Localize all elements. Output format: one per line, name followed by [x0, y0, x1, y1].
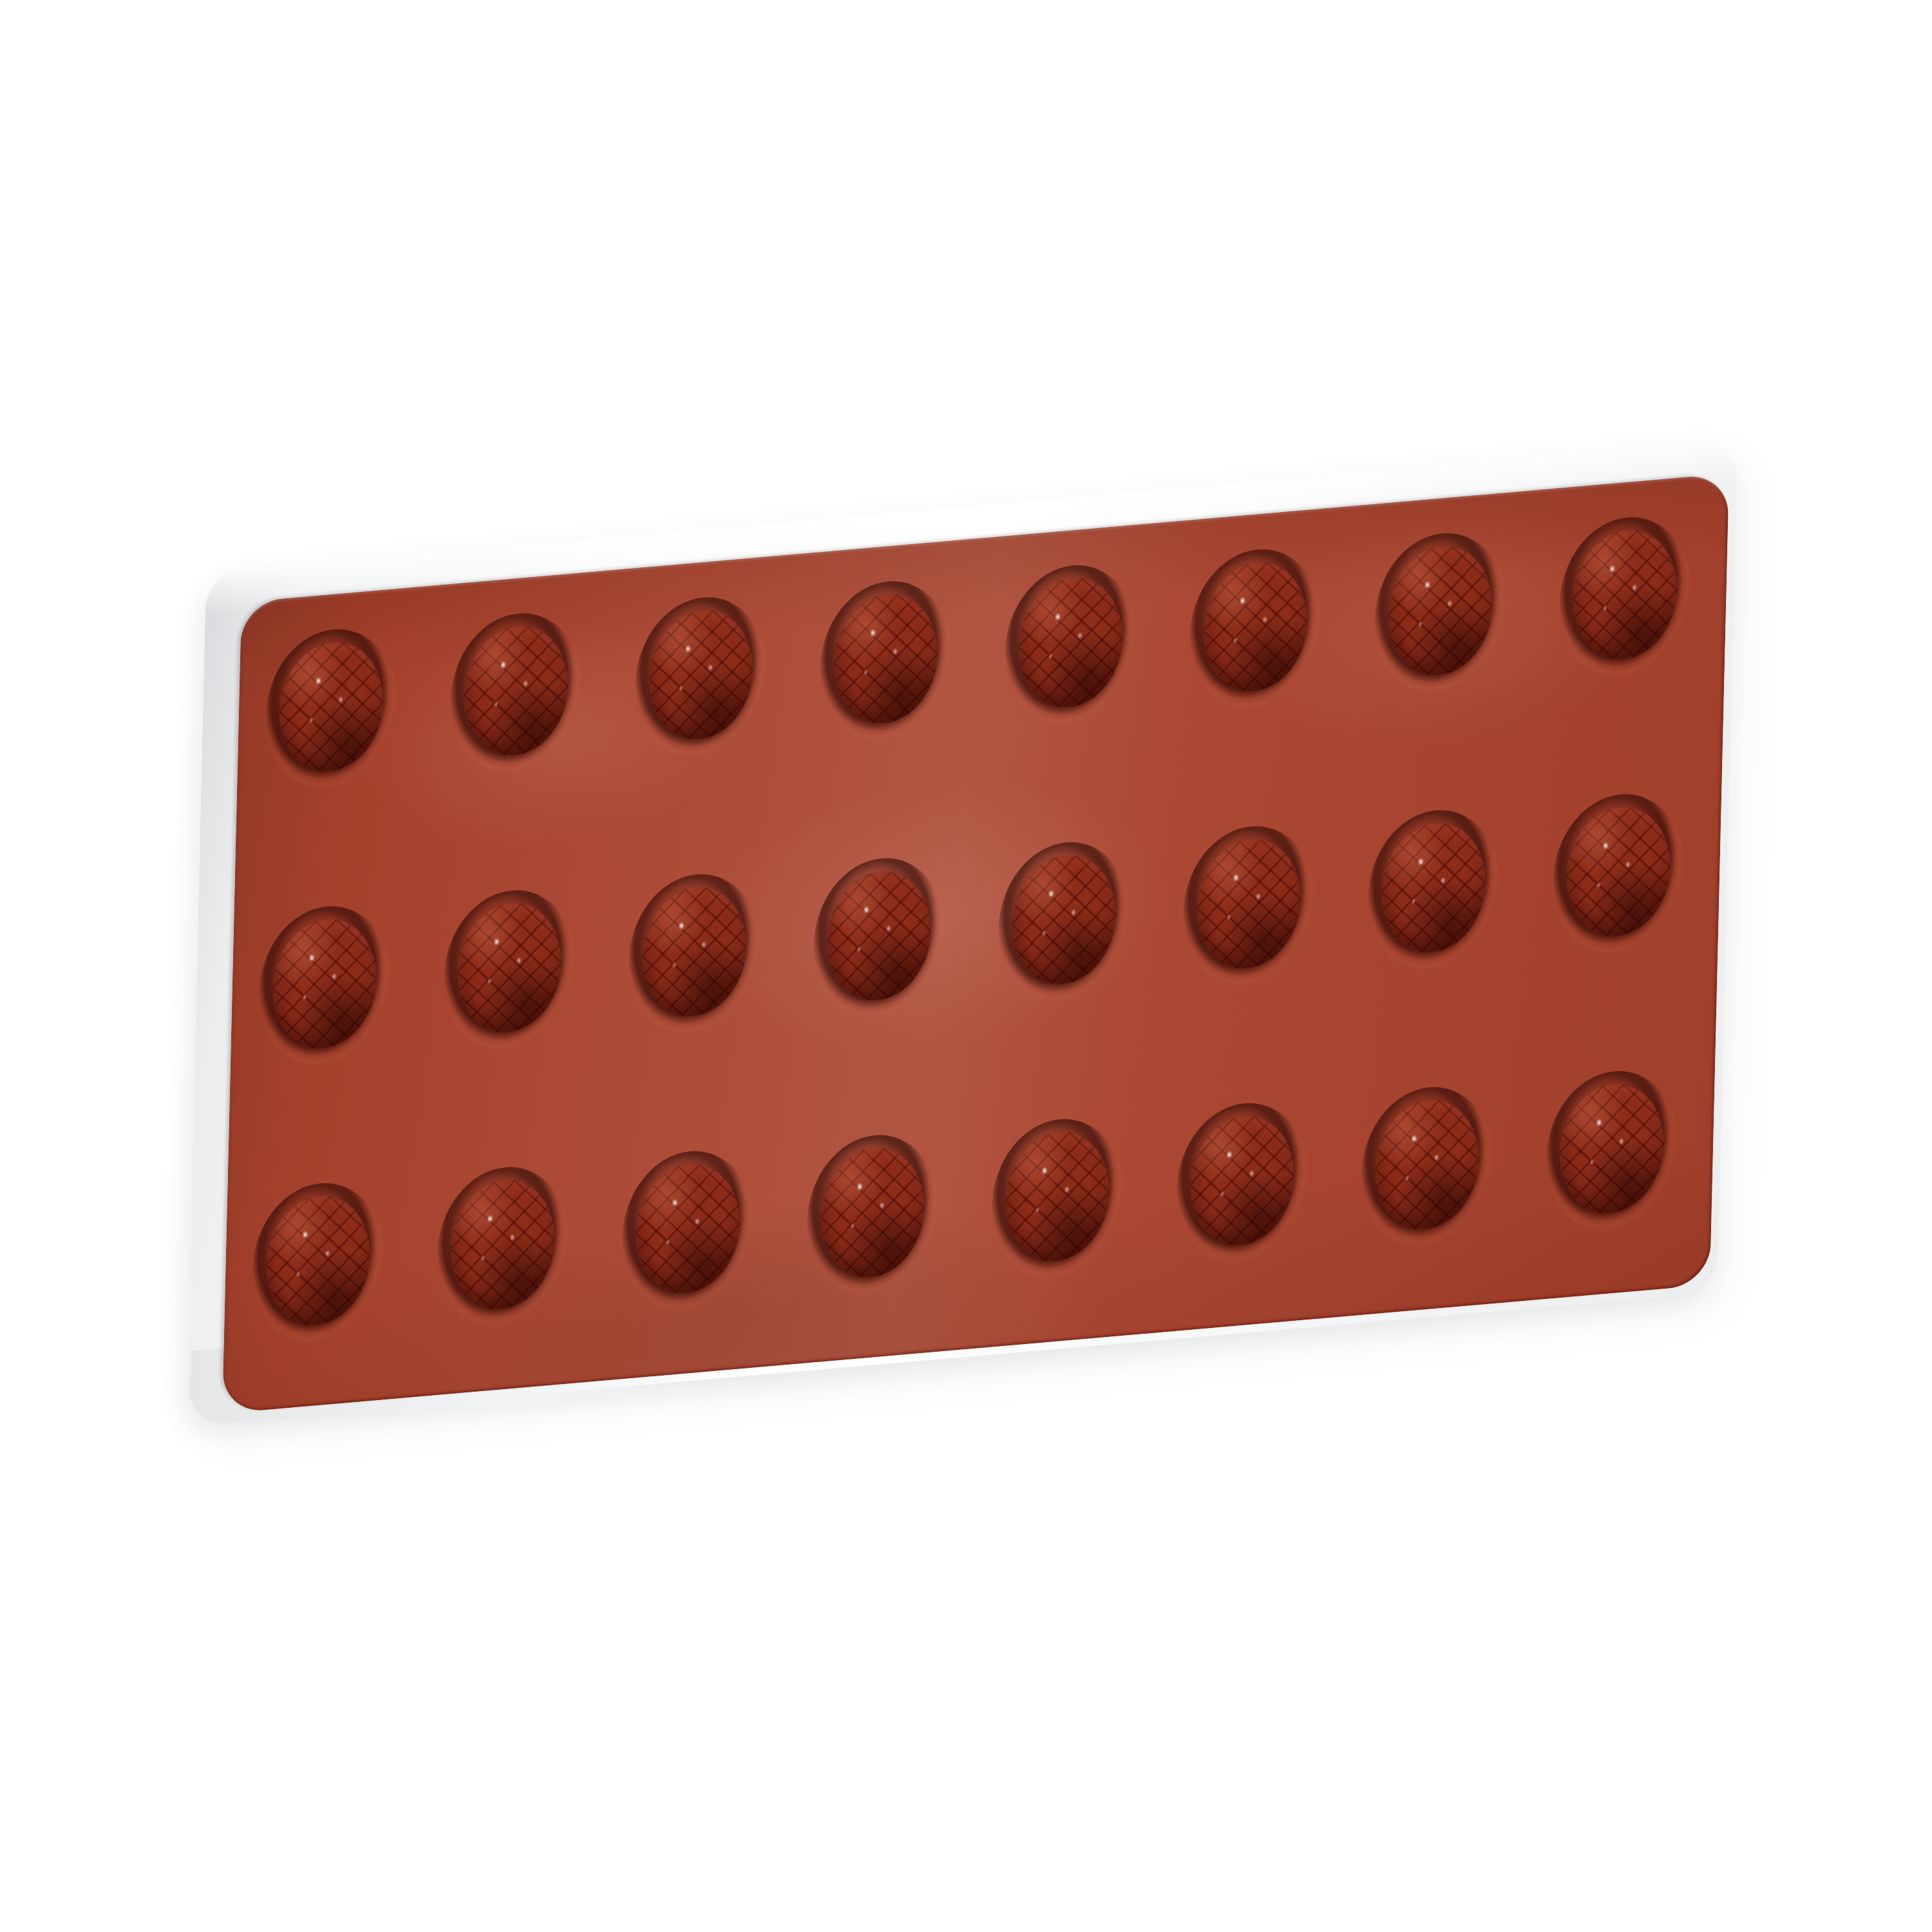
cavity-dome — [264, 1192, 372, 1330]
cavity-dome — [634, 1160, 741, 1298]
cavity — [819, 576, 954, 748]
cavity — [1175, 1097, 1311, 1270]
cavity-dome — [462, 622, 570, 760]
cavity-dome — [1373, 1095, 1481, 1233]
cavity-dome — [449, 1176, 556, 1314]
cavity — [1558, 512, 1694, 685]
cavity-dome — [1380, 819, 1488, 956]
cavity — [251, 1178, 386, 1350]
baking-mold — [222, 473, 1729, 1414]
cavity-dome — [1565, 803, 1672, 941]
cavity — [258, 901, 393, 1074]
cavity-dome — [1202, 558, 1309, 696]
cavity — [1551, 789, 1687, 961]
cavity — [1188, 544, 1324, 716]
cavity-dome — [641, 883, 748, 1021]
cavity-dome — [1558, 1080, 1665, 1218]
cavity — [442, 885, 578, 1057]
cavity-dome — [826, 867, 933, 1005]
photo-background — [0, 0, 1932, 1932]
cavity-dome — [1571, 526, 1679, 664]
cavity-dome — [278, 638, 385, 776]
silicone-sheet — [222, 473, 1729, 1414]
cavity — [634, 592, 770, 764]
cavity — [1367, 804, 1502, 977]
cavity — [997, 837, 1133, 1009]
cavity-dome — [819, 1144, 926, 1282]
cavity — [812, 853, 948, 1025]
cavity-dome — [832, 590, 940, 728]
cavity-dome — [647, 606, 755, 744]
cavity — [620, 1146, 756, 1318]
cavity — [1359, 1081, 1495, 1254]
cavity-dome — [1017, 574, 1124, 712]
cavity — [264, 624, 400, 797]
cavity-dome — [456, 899, 563, 1037]
cavity — [990, 1113, 1126, 1286]
cavity — [435, 1162, 571, 1334]
cavity-dome — [271, 915, 379, 1053]
cavity-dome — [1188, 1112, 1296, 1249]
cavity — [1003, 560, 1139, 732]
cavity-dome — [1387, 542, 1494, 679]
cavity-dome — [1195, 835, 1303, 972]
cavity — [805, 1130, 941, 1302]
cavity — [449, 608, 585, 781]
cavity — [1373, 527, 1509, 700]
cavity-dome — [1003, 1128, 1111, 1265]
cavity-dome — [1010, 851, 1118, 989]
cavity — [1182, 820, 1318, 993]
cavity — [1544, 1066, 1680, 1238]
cavity — [627, 869, 763, 1041]
